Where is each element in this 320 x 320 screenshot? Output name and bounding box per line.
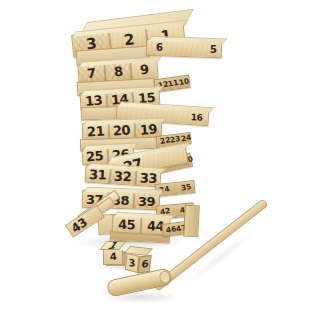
product-photo-tumbling-tower: 3 2 1 6 5 7 8 9 12 11 10 13 14 15 16 21 … — [0, 0, 320, 320]
block-end: 21 — [83, 123, 110, 139]
die-number: 3 — [129, 257, 135, 268]
block-number: 6 — [156, 43, 162, 53]
die-2: 3 6 — [125, 246, 152, 273]
block-number: 32 — [114, 170, 132, 184]
die-number: 1 — [106, 240, 120, 251]
die-number: 4 — [109, 252, 116, 263]
die-1: 1 4 — [103, 241, 123, 265]
block-end: 8 — [105, 62, 133, 81]
block-number: 20 — [113, 123, 131, 137]
block-number: 8 — [113, 65, 123, 79]
die-number: 6 — [141, 258, 148, 269]
block-number: 16 — [191, 113, 203, 122]
block-number: 25 — [86, 149, 104, 163]
block-number: 35 — [180, 183, 192, 192]
block-end: 32 — [111, 168, 137, 185]
block-end: 45 — [113, 216, 143, 233]
block-number: 43 — [69, 216, 89, 235]
block-number: 21 — [86, 124, 104, 138]
die-face-top: 1 — [99, 241, 127, 250]
block-number: 5 — [210, 45, 216, 55]
block-end: 25 — [83, 148, 110, 164]
block-number: 19 — [140, 122, 158, 136]
block-number: 39 — [138, 194, 155, 207]
die-face-front: 4 — [103, 250, 123, 265]
upright-block — [183, 205, 200, 238]
block-number: 31 — [89, 168, 107, 182]
block-end: 9 — [132, 60, 158, 79]
block-number: 45 — [118, 218, 135, 231]
block-end: 20 — [109, 123, 136, 139]
tower-row-31-32-33: 31 32 33 — [84, 165, 161, 187]
block-number: 33 — [139, 171, 157, 185]
block-number: 7 — [86, 66, 96, 80]
block-number: 10 — [178, 77, 190, 87]
block-end: 31 — [86, 166, 112, 183]
block-number: 9 — [140, 63, 150, 77]
